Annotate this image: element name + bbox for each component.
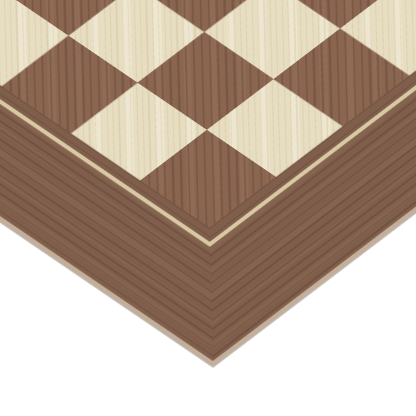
photo-canvas [0,0,416,416]
chess-board [0,0,416,366]
